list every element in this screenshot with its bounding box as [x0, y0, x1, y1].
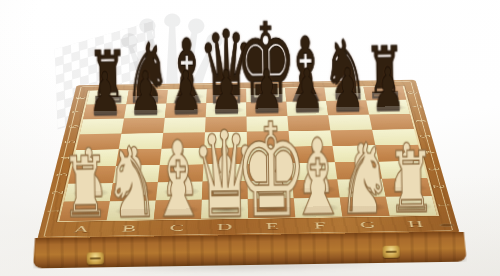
playing-area: ♜♞♝♛♚♝♞♜♟♟♟♟♟♟♟♟♟♟♟♟♟♟♟♟♜♞♝♛♚♝♞♜ [59, 86, 436, 221]
file-label-c: C [152, 218, 201, 237]
file-label-b: B [103, 219, 153, 238]
photo-background: ♛ ♜♞♝♛♚♝♞♜♟♟♟♟♟♟♟♟♟♟♟♟♟♟♟♟♜♞♝♛♚♝♞♜ ABCDE… [0, 0, 500, 276]
latch-left-icon [87, 252, 104, 264]
file-label-d: D [200, 218, 248, 237]
black-pawn-g7: ♟ [330, 61, 364, 122]
white-rook-h1: ♜ [386, 140, 434, 225]
latch-right-icon [383, 246, 400, 258]
square-g1: ♞ [340, 197, 390, 217]
file-label-h: H [390, 215, 442, 234]
camera-tilt-wrapper: ♜♞♝♛♚♝♞♜♟♟♟♟♟♟♟♟♟♟♟♟♟♟♟♟♜♞♝♛♚♝♞♜ ABCDEFG… [0, 0, 500, 276]
file-label-g: G [342, 215, 393, 234]
square-a1: ♜ [59, 201, 109, 221]
maker-stamp [439, 223, 454, 226]
black-pawn-h7: ♟ [370, 60, 404, 121]
square-h7: ♟ [366, 100, 410, 115]
black-pawn-a7: ♟ [88, 64, 122, 125]
file-label-a: A [55, 220, 106, 239]
file-label-e: E [248, 217, 297, 236]
rank-label-left-6: 6 [52, 123, 95, 129]
white-rook-a1: ♜ [60, 145, 108, 230]
white-knight-g1: ♞ [336, 130, 392, 228]
square-f1: ♝ [294, 198, 343, 218]
square-a7: ♟ [83, 104, 126, 119]
rank-label-right-6: 6 [398, 118, 441, 124]
square-h1: ♜ [386, 196, 437, 216]
square-g7: ♟ [326, 100, 369, 115]
square-b7: ♟ [124, 104, 166, 119]
chess-board: ♜♞♝♛♚♝♞♜♟♟♟♟♟♟♟♟♟♟♟♟♟♟♟♟♜♞♝♛♚♝♞♜ ABCDEFG… [37, 80, 460, 240]
file-label-f: F [295, 216, 345, 235]
black-pawn-b7: ♟ [128, 64, 162, 125]
